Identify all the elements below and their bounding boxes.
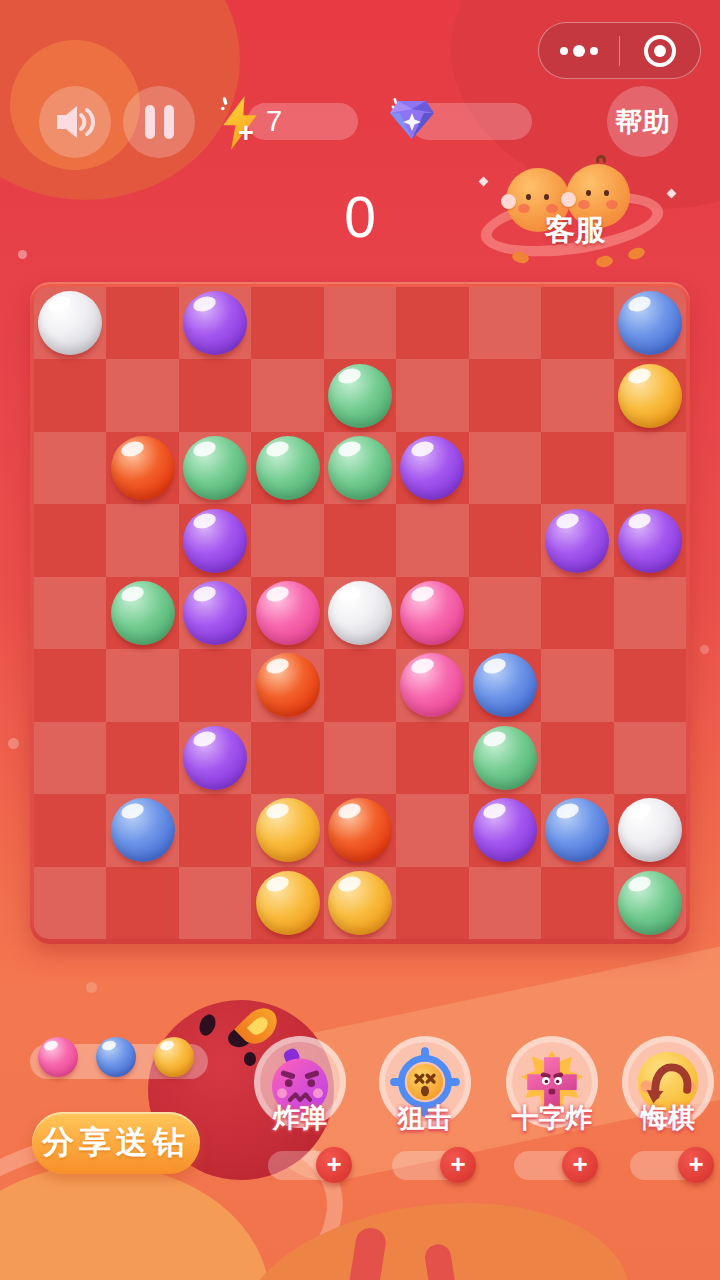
board-cell[interactable] xyxy=(541,359,613,431)
energy-plus[interactable]: + xyxy=(238,118,254,149)
help-button[interactable]: 帮助 xyxy=(607,86,678,157)
ball-orange[interactable] xyxy=(256,798,320,862)
game-board xyxy=(30,282,690,944)
powerup-undo-label: 悔棋 xyxy=(603,1100,720,1136)
board-cell[interactable] xyxy=(106,287,178,359)
board-cell[interactable] xyxy=(251,287,323,359)
share-button[interactable]: 分享送钻 xyxy=(32,1112,200,1174)
next-ball-pink xyxy=(38,1037,78,1077)
board-cell[interactable] xyxy=(106,794,178,866)
board-cell[interactable] xyxy=(179,722,251,794)
next-ball-blue xyxy=(96,1037,136,1077)
pause-icon xyxy=(145,105,155,139)
board-cell[interactable] xyxy=(34,649,106,721)
ball-purple[interactable] xyxy=(183,291,247,355)
board-cell[interactable] xyxy=(34,577,106,649)
bg-sparkle-dot xyxy=(8,738,19,749)
ball-pink[interactable] xyxy=(400,653,464,717)
ball-orange[interactable] xyxy=(328,871,392,935)
board-cell[interactable] xyxy=(614,577,686,649)
ball-green[interactable] xyxy=(111,581,175,645)
board-cell[interactable] xyxy=(324,794,396,866)
board-cell[interactable] xyxy=(324,577,396,649)
help-label: 帮助 xyxy=(616,104,670,140)
plus-icon[interactable]: + xyxy=(440,1147,476,1183)
board-cell[interactable] xyxy=(34,359,106,431)
board-cell[interactable] xyxy=(179,287,251,359)
board-cell[interactable] xyxy=(614,867,686,939)
board-cell[interactable] xyxy=(614,287,686,359)
board-cell[interactable] xyxy=(396,504,468,576)
board-cell[interactable] xyxy=(541,794,613,866)
board-cell[interactable] xyxy=(396,432,468,504)
share-label: 分享送钻 xyxy=(42,1121,190,1165)
board-cell[interactable] xyxy=(396,359,468,431)
ball-purple[interactable] xyxy=(183,726,247,790)
board-cell[interactable] xyxy=(179,867,251,939)
board-cell[interactable] xyxy=(541,432,613,504)
speaker-icon xyxy=(52,101,98,143)
board-cell[interactable] xyxy=(106,722,178,794)
board-cell[interactable] xyxy=(34,287,106,359)
board-cell[interactable] xyxy=(614,794,686,866)
powerup-bomb-add[interactable]: + xyxy=(268,1151,346,1180)
board-cell[interactable] xyxy=(324,504,396,576)
board-cell[interactable] xyxy=(541,867,613,939)
board-cell[interactable] xyxy=(324,722,396,794)
ball-purple[interactable] xyxy=(618,509,682,573)
more-dots-icon xyxy=(560,47,568,55)
ball-red[interactable] xyxy=(111,436,175,500)
board-cell[interactable] xyxy=(106,577,178,649)
board-cell[interactable] xyxy=(179,359,251,431)
plus-icon[interactable]: + xyxy=(678,1147,714,1183)
board-cell[interactable] xyxy=(614,649,686,721)
board-cell[interactable] xyxy=(324,432,396,504)
board-cell[interactable] xyxy=(469,794,541,866)
ball-green[interactable] xyxy=(473,726,537,790)
board-cell[interactable] xyxy=(251,577,323,649)
powerup-snipe-add[interactable]: + xyxy=(392,1151,470,1180)
energy-count: 7 xyxy=(266,105,282,138)
board-cell[interactable] xyxy=(251,432,323,504)
customer-service-button[interactable]: 客服 xyxy=(478,164,688,274)
board-grid xyxy=(34,287,686,939)
ball-green[interactable] xyxy=(328,436,392,500)
ball-pink[interactable] xyxy=(400,581,464,645)
board-cell[interactable] xyxy=(106,649,178,721)
plus-icon[interactable]: + xyxy=(316,1147,352,1183)
exit-button[interactable] xyxy=(620,23,700,78)
powerup-crossbomb-label: 十字炸 xyxy=(487,1100,617,1136)
ball-purple[interactable] xyxy=(183,509,247,573)
ball-red[interactable] xyxy=(256,653,320,717)
board-cell[interactable] xyxy=(34,867,106,939)
ball-green[interactable] xyxy=(328,364,392,428)
ball-red[interactable] xyxy=(328,798,392,862)
next-ball-orange xyxy=(154,1037,194,1077)
bg-sparkle-dot xyxy=(700,645,709,654)
more-button[interactable] xyxy=(539,23,619,78)
powerup-snipe-label: 狙击 xyxy=(360,1100,490,1136)
target-icon xyxy=(644,35,676,67)
board-cell[interactable] xyxy=(179,577,251,649)
more-dots-icon xyxy=(573,45,585,57)
board-cell[interactable] xyxy=(469,867,541,939)
board-cell[interactable] xyxy=(106,504,178,576)
ball-orange[interactable] xyxy=(256,871,320,935)
ball-orange[interactable] xyxy=(618,364,682,428)
board-cell[interactable] xyxy=(251,504,323,576)
board-cell[interactable] xyxy=(614,359,686,431)
board-cell[interactable] xyxy=(251,794,323,866)
board-cell[interactable] xyxy=(614,504,686,576)
ball-blue[interactable] xyxy=(473,653,537,717)
board-cell[interactable] xyxy=(251,649,323,721)
ball-pink[interactable] xyxy=(256,581,320,645)
ball-purple[interactable] xyxy=(400,436,464,500)
board-cell[interactable] xyxy=(469,432,541,504)
more-dots-icon xyxy=(590,47,598,55)
sprout-icon xyxy=(596,155,606,165)
board-cell[interactable] xyxy=(541,722,613,794)
board-cell[interactable] xyxy=(396,867,468,939)
board-cell[interactable] xyxy=(541,649,613,721)
board-cell[interactable] xyxy=(179,794,251,866)
board-cell[interactable] xyxy=(251,722,323,794)
ball-white[interactable] xyxy=(618,798,682,862)
board-cell[interactable] xyxy=(179,504,251,576)
support-label: 客服 xyxy=(520,210,630,251)
plus-icon[interactable]: + xyxy=(562,1147,598,1183)
board-cell[interactable] xyxy=(614,432,686,504)
board-cell[interactable] xyxy=(179,649,251,721)
board-cell[interactable] xyxy=(106,867,178,939)
board-cell[interactable] xyxy=(324,649,396,721)
board-cell[interactable] xyxy=(324,867,396,939)
powerup-bomb-label: 炸弹 xyxy=(235,1100,365,1136)
board-cell[interactable] xyxy=(469,504,541,576)
ball-purple[interactable] xyxy=(183,581,247,645)
board-cell[interactable] xyxy=(34,794,106,866)
ball-white[interactable] xyxy=(38,291,102,355)
ball-blue[interactable] xyxy=(545,798,609,862)
board-cell[interactable] xyxy=(106,359,178,431)
board-cell[interactable] xyxy=(396,794,468,866)
ball-blue[interactable] xyxy=(111,798,175,862)
ball-green[interactable] xyxy=(618,871,682,935)
board-cell[interactable] xyxy=(614,722,686,794)
board-cell[interactable] xyxy=(541,504,613,576)
board-cell[interactable] xyxy=(396,287,468,359)
board-cell[interactable] xyxy=(469,722,541,794)
bg-sparkle-dot xyxy=(86,982,97,993)
ball-green[interactable] xyxy=(256,436,320,500)
board-cell[interactable] xyxy=(324,287,396,359)
board-cell[interactable] xyxy=(541,577,613,649)
ball-white[interactable] xyxy=(328,581,392,645)
board-cell[interactable] xyxy=(469,359,541,431)
sound-button[interactable] xyxy=(39,86,111,158)
board-cell[interactable] xyxy=(469,287,541,359)
headphone-icon xyxy=(561,192,576,207)
powerup-undo-add[interactable]: + xyxy=(630,1151,708,1180)
board-cell[interactable] xyxy=(34,504,106,576)
board-cell[interactable] xyxy=(251,359,323,431)
board-cell[interactable] xyxy=(396,722,468,794)
board-cell[interactable] xyxy=(469,577,541,649)
board-cell[interactable] xyxy=(179,432,251,504)
ball-purple[interactable] xyxy=(473,798,537,862)
board-cell[interactable] xyxy=(106,432,178,504)
bg-sparkle-dot xyxy=(18,250,27,259)
board-cell[interactable] xyxy=(396,577,468,649)
board-cell[interactable] xyxy=(34,722,106,794)
board-cell[interactable] xyxy=(34,432,106,504)
miniprogram-capsule xyxy=(538,22,701,79)
game-screen: + 7 帮助 0 客服 xyxy=(0,0,720,1280)
board-cell[interactable] xyxy=(396,649,468,721)
ball-green[interactable] xyxy=(183,436,247,500)
headphone-icon xyxy=(501,194,516,209)
ball-purple[interactable] xyxy=(545,509,609,573)
board-cell[interactable] xyxy=(324,359,396,431)
pause-icon xyxy=(164,105,174,139)
board-cell[interactable] xyxy=(251,867,323,939)
board-cell[interactable] xyxy=(469,649,541,721)
ball-blue[interactable] xyxy=(618,291,682,355)
pause-button[interactable] xyxy=(123,86,195,158)
diamond-icon xyxy=(388,96,436,142)
board-cell[interactable] xyxy=(541,287,613,359)
powerup-crossbomb-add[interactable]: + xyxy=(514,1151,592,1180)
